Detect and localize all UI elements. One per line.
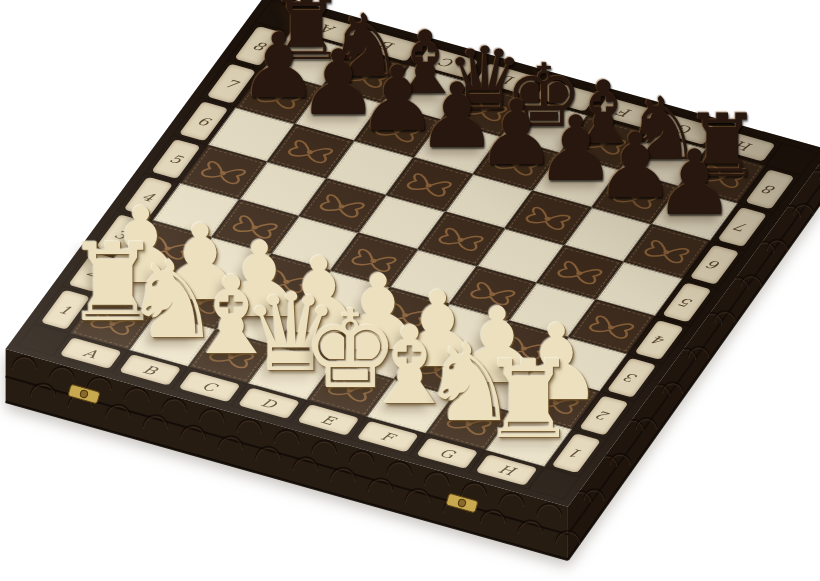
piece-white-rook-h1[interactable]: ♜	[480, 346, 577, 454]
piece-black-pawn-h7[interactable]: ♟	[654, 138, 735, 228]
chess-set-photo: ABCDEFGH8877665544332211ABCDEFGH ♜♞♝♛♚♝♞…	[0, 0, 820, 581]
